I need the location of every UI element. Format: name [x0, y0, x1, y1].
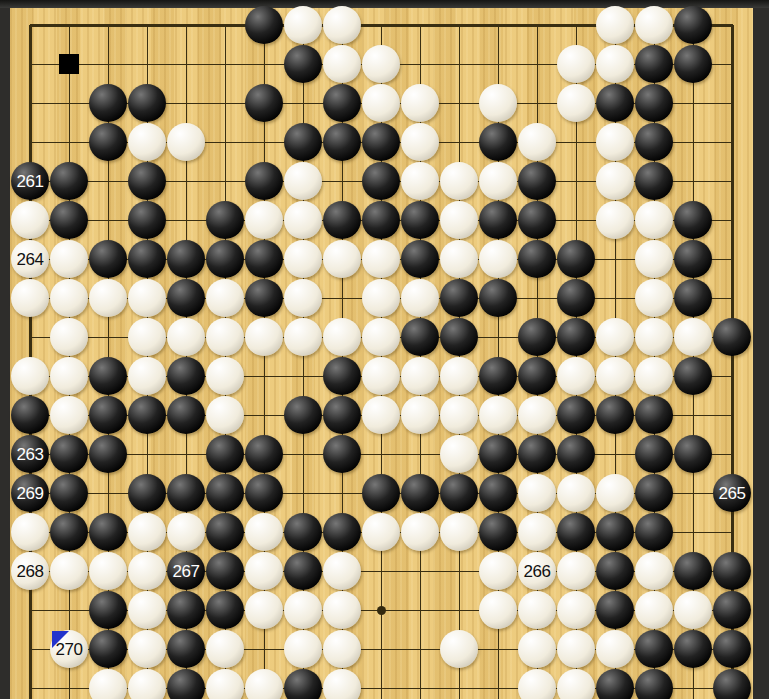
stone-white[interactable]: [284, 279, 322, 317]
stone-white[interactable]: [635, 318, 673, 356]
stone-black[interactable]: [713, 552, 751, 590]
stone-black[interactable]: [89, 435, 127, 473]
stone-black[interactable]: [245, 162, 283, 200]
stone-black[interactable]: [245, 279, 283, 317]
stone-white[interactable]: [206, 357, 244, 395]
stone-black[interactable]: [674, 45, 712, 83]
stone-white[interactable]: [635, 6, 673, 44]
stone-white[interactable]: [167, 318, 205, 356]
stone-black[interactable]: [401, 318, 439, 356]
stone-black[interactable]: [635, 84, 673, 122]
stone-white[interactable]: [440, 357, 478, 395]
stone-black[interactable]: [323, 396, 361, 434]
stone-black[interactable]: [206, 474, 244, 512]
stone-white[interactable]: [206, 630, 244, 668]
stone-white[interactable]: [50, 279, 88, 317]
stone-black[interactable]: [479, 357, 517, 395]
move-number-label: 261: [17, 173, 44, 190]
stone-white[interactable]: [401, 279, 439, 317]
stone-white[interactable]: [284, 201, 322, 239]
stone-black[interactable]: [674, 630, 712, 668]
stone-black[interactable]: [167, 591, 205, 629]
stone-white[interactable]: 264: [11, 240, 49, 278]
stone-white[interactable]: [362, 279, 400, 317]
stone-black[interactable]: [284, 513, 322, 551]
stone-white[interactable]: [128, 318, 166, 356]
stone-black[interactable]: [362, 123, 400, 161]
stone-white[interactable]: [362, 84, 400, 122]
stone-black[interactable]: [713, 669, 751, 699]
stone-black[interactable]: [518, 201, 556, 239]
stone-black[interactable]: [89, 630, 127, 668]
stone-black[interactable]: [713, 318, 751, 356]
stone-black[interactable]: [635, 513, 673, 551]
stone-white[interactable]: 266: [518, 552, 556, 590]
stone-black[interactable]: [50, 513, 88, 551]
stone-white[interactable]: [284, 630, 322, 668]
grid-line-horizontal: [30, 454, 733, 455]
stone-white[interactable]: [440, 162, 478, 200]
stone-white[interactable]: [284, 591, 322, 629]
stone-white[interactable]: [323, 552, 361, 590]
stone-white[interactable]: [11, 513, 49, 551]
stone-black[interactable]: [479, 201, 517, 239]
stone-white[interactable]: [362, 396, 400, 434]
stone-white[interactable]: [89, 552, 127, 590]
stone-black[interactable]: [440, 474, 478, 512]
stone-black[interactable]: [284, 45, 322, 83]
stone-white[interactable]: [557, 357, 595, 395]
stone-white[interactable]: [596, 201, 634, 239]
stone-black[interactable]: [635, 162, 673, 200]
stone-white[interactable]: [128, 591, 166, 629]
stone-black[interactable]: [206, 240, 244, 278]
go-board[interactable]: 261264263269265268267266270: [10, 8, 753, 699]
stone-white[interactable]: [557, 591, 595, 629]
stone-black[interactable]: [401, 240, 439, 278]
stone-white[interactable]: [323, 630, 361, 668]
stone-white[interactable]: [323, 240, 361, 278]
stone-white[interactable]: [596, 630, 634, 668]
stone-white[interactable]: [128, 552, 166, 590]
stone-black[interactable]: [518, 435, 556, 473]
stone-black[interactable]: [89, 84, 127, 122]
stone-white[interactable]: [323, 318, 361, 356]
stone-white[interactable]: [362, 357, 400, 395]
stone-black[interactable]: [401, 201, 439, 239]
stone-black[interactable]: [635, 630, 673, 668]
stone-black[interactable]: [167, 279, 205, 317]
stone-white[interactable]: [440, 435, 478, 473]
stone-black[interactable]: [206, 201, 244, 239]
stone-black[interactable]: [635, 435, 673, 473]
stone-black[interactable]: [635, 123, 673, 161]
stone-black[interactable]: [674, 552, 712, 590]
stone-white[interactable]: [479, 591, 517, 629]
stone-black[interactable]: [167, 240, 205, 278]
move-number-label: 266: [524, 563, 551, 580]
stone-black[interactable]: [167, 396, 205, 434]
stone-black[interactable]: [89, 396, 127, 434]
stone-black[interactable]: [596, 396, 634, 434]
stone-white[interactable]: [479, 162, 517, 200]
stone-black[interactable]: [323, 513, 361, 551]
stone-black[interactable]: [284, 552, 322, 590]
stone-white[interactable]: [11, 279, 49, 317]
stone-black[interactable]: [167, 357, 205, 395]
stone-black[interactable]: [206, 552, 244, 590]
stone-black[interactable]: [518, 318, 556, 356]
move-number-label: 263: [17, 446, 44, 463]
stone-white[interactable]: [557, 552, 595, 590]
stone-black[interactable]: [245, 435, 283, 473]
stone-white[interactable]: [635, 357, 673, 395]
stone-black[interactable]: [713, 630, 751, 668]
stone-white[interactable]: [401, 396, 439, 434]
stone-white[interactable]: [401, 84, 439, 122]
stone-white[interactable]: [596, 162, 634, 200]
stone-black[interactable]: [167, 669, 205, 699]
stone-black[interactable]: [674, 201, 712, 239]
stone-black[interactable]: [284, 669, 322, 699]
stone-black[interactable]: [479, 279, 517, 317]
stone-black[interactable]: [674, 240, 712, 278]
stone-white[interactable]: [245, 318, 283, 356]
stone-black[interactable]: [323, 201, 361, 239]
stone-white[interactable]: [11, 201, 49, 239]
move-number-label: 264: [17, 251, 44, 268]
stone-black[interactable]: [479, 123, 517, 161]
stone-black[interactable]: [557, 435, 595, 473]
stone-black[interactable]: [479, 435, 517, 473]
stone-white[interactable]: [206, 396, 244, 434]
stone-white[interactable]: [518, 123, 556, 161]
stone-black[interactable]: [362, 201, 400, 239]
stone-white[interactable]: [245, 591, 283, 629]
stone-white[interactable]: [284, 162, 322, 200]
stone-white[interactable]: [128, 513, 166, 551]
stone-black[interactable]: [479, 513, 517, 551]
stone-white[interactable]: [557, 630, 595, 668]
stone-white[interactable]: [323, 45, 361, 83]
stone-white[interactable]: [128, 123, 166, 161]
stone-black[interactable]: [128, 474, 166, 512]
stone-black[interactable]: [89, 123, 127, 161]
stone-white[interactable]: [440, 201, 478, 239]
stone-white[interactable]: [440, 630, 478, 668]
stone-black[interactable]: 265: [713, 474, 751, 512]
stone-white[interactable]: [440, 396, 478, 434]
move-number-label: 269: [17, 485, 44, 502]
stone-black[interactable]: [674, 435, 712, 473]
stone-black[interactable]: [557, 240, 595, 278]
stone-white[interactable]: [635, 279, 673, 317]
stone-white[interactable]: [596, 123, 634, 161]
stone-white[interactable]: [284, 6, 322, 44]
stone-white[interactable]: [635, 201, 673, 239]
stone-white[interactable]: [50, 357, 88, 395]
stone-white[interactable]: [596, 318, 634, 356]
stone-white[interactable]: [167, 123, 205, 161]
stone-black[interactable]: [89, 591, 127, 629]
stone-black[interactable]: [479, 474, 517, 512]
stone-black[interactable]: [89, 240, 127, 278]
stone-black[interactable]: [440, 279, 478, 317]
stone-black[interactable]: [518, 162, 556, 200]
stone-black[interactable]: [245, 240, 283, 278]
stone-white[interactable]: [596, 474, 634, 512]
stone-white[interactable]: [557, 669, 595, 699]
stone-black[interactable]: [557, 513, 595, 551]
stone-white[interactable]: [206, 318, 244, 356]
stone-white[interactable]: [89, 279, 127, 317]
stone-white[interactable]: [596, 45, 634, 83]
stone-white[interactable]: [518, 669, 556, 699]
stone-black[interactable]: [635, 474, 673, 512]
stone-black[interactable]: [50, 201, 88, 239]
stone-white[interactable]: [323, 591, 361, 629]
stone-black[interactable]: [557, 279, 595, 317]
stone-black[interactable]: [440, 318, 478, 356]
stone-black[interactable]: [167, 630, 205, 668]
stone-black[interactable]: [635, 45, 673, 83]
stone-white[interactable]: [635, 552, 673, 590]
stone-white[interactable]: [206, 669, 244, 699]
stone-black[interactable]: [362, 474, 400, 512]
square-marker: [59, 54, 79, 74]
stone-black[interactable]: [128, 162, 166, 200]
stone-white[interactable]: [128, 669, 166, 699]
stone-black[interactable]: [518, 240, 556, 278]
stone-white[interactable]: [557, 45, 595, 83]
stone-black[interactable]: [128, 396, 166, 434]
stone-white[interactable]: [635, 591, 673, 629]
stone-white[interactable]: [518, 513, 556, 551]
stone-black[interactable]: [284, 396, 322, 434]
stone-white[interactable]: [323, 6, 361, 44]
stone-black[interactable]: [167, 474, 205, 512]
stone-white[interactable]: [284, 240, 322, 278]
stone-black[interactable]: [596, 513, 634, 551]
stone-white[interactable]: [50, 240, 88, 278]
move-number-label: 265: [719, 485, 746, 502]
stone-black[interactable]: 267: [167, 552, 205, 590]
stone-black[interactable]: [128, 84, 166, 122]
stone-black[interactable]: [11, 396, 49, 434]
stone-white[interactable]: [245, 201, 283, 239]
stone-black[interactable]: [713, 591, 751, 629]
stone-black[interactable]: [362, 162, 400, 200]
stone-black[interactable]: [323, 435, 361, 473]
stone-black[interactable]: [674, 357, 712, 395]
star-point-dot: [377, 606, 386, 615]
stone-white[interactable]: [635, 240, 673, 278]
stone-white[interactable]: [50, 552, 88, 590]
stone-black[interactable]: [245, 6, 283, 44]
stone-white[interactable]: [596, 6, 634, 44]
stone-black[interactable]: [518, 357, 556, 395]
stone-black[interactable]: [674, 279, 712, 317]
stone-black[interactable]: [89, 513, 127, 551]
stone-white[interactable]: [89, 669, 127, 699]
stone-black[interactable]: [401, 474, 439, 512]
stone-white[interactable]: [128, 630, 166, 668]
stone-white[interactable]: [167, 513, 205, 551]
stone-white[interactable]: [401, 513, 439, 551]
stone-white[interactable]: [245, 669, 283, 699]
stone-black[interactable]: [323, 84, 361, 122]
stone-white[interactable]: [479, 552, 517, 590]
stone-black[interactable]: [128, 201, 166, 239]
stone-white[interactable]: [206, 279, 244, 317]
stone-black[interactable]: [245, 474, 283, 512]
stone-black[interactable]: [635, 396, 673, 434]
stone-black[interactable]: [674, 6, 712, 44]
stone-white[interactable]: [518, 396, 556, 434]
stone-white[interactable]: [362, 45, 400, 83]
stone-white[interactable]: [284, 318, 322, 356]
stone-black[interactable]: [557, 318, 595, 356]
stone-white[interactable]: [362, 318, 400, 356]
stone-white[interactable]: [401, 357, 439, 395]
stone-black[interactable]: [89, 357, 127, 395]
window: 261264263269265268267266270: [0, 0, 769, 699]
stone-black[interactable]: [596, 591, 634, 629]
move-number-label: 268: [17, 563, 44, 580]
stone-white[interactable]: [518, 591, 556, 629]
stone-white[interactable]: [362, 513, 400, 551]
stone-black[interactable]: [50, 162, 88, 200]
stone-white[interactable]: [557, 84, 595, 122]
stone-white[interactable]: [128, 279, 166, 317]
move-number-label: 267: [173, 563, 200, 580]
stone-black[interactable]: [323, 357, 361, 395]
stone-white[interactable]: [557, 474, 595, 512]
stone-white[interactable]: [596, 357, 634, 395]
stone-black[interactable]: [245, 84, 283, 122]
stone-white[interactable]: [479, 396, 517, 434]
stone-white[interactable]: [479, 84, 517, 122]
stone-black[interactable]: [557, 396, 595, 434]
stone-white[interactable]: [440, 513, 478, 551]
stone-white[interactable]: [518, 630, 556, 668]
stone-black[interactable]: 263: [11, 435, 49, 473]
stone-white[interactable]: [245, 552, 283, 590]
stone-black[interactable]: [635, 669, 673, 699]
stone-white[interactable]: [674, 318, 712, 356]
stone-white[interactable]: [323, 669, 361, 699]
stone-black[interactable]: [596, 669, 634, 699]
stone-black[interactable]: [206, 591, 244, 629]
stone-white[interactable]: [518, 474, 556, 512]
stone-black[interactable]: 261: [11, 162, 49, 200]
stone-white[interactable]: [11, 357, 49, 395]
stone-black[interactable]: [596, 552, 634, 590]
stone-white[interactable]: [401, 162, 439, 200]
stone-white[interactable]: [50, 396, 88, 434]
stone-white[interactable]: [674, 591, 712, 629]
stone-black[interactable]: [50, 474, 88, 512]
last-move-triangle-marker: [52, 631, 69, 648]
stone-black[interactable]: [596, 84, 634, 122]
stone-black[interactable]: [128, 240, 166, 278]
stone-white[interactable]: [401, 123, 439, 161]
stone-white[interactable]: [362, 240, 400, 278]
stone-black[interactable]: [284, 123, 322, 161]
stone-white[interactable]: [128, 357, 166, 395]
stone-white[interactable]: [245, 513, 283, 551]
stone-black[interactable]: [323, 123, 361, 161]
stone-white[interactable]: [50, 318, 88, 356]
stone-black[interactable]: 269: [11, 474, 49, 512]
stone-black[interactable]: [50, 435, 88, 473]
stone-white[interactable]: 268: [11, 552, 49, 590]
stone-black[interactable]: [206, 513, 244, 551]
stone-white[interactable]: [440, 240, 478, 278]
stone-black[interactable]: [206, 435, 244, 473]
stone-white[interactable]: [479, 240, 517, 278]
